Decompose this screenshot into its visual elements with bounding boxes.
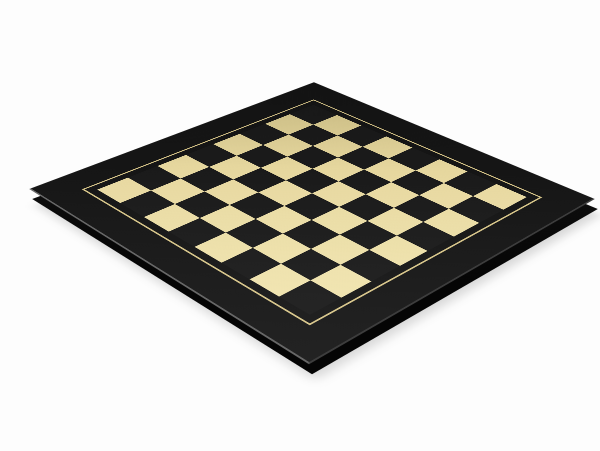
photo-scene (0, 0, 600, 451)
chess-board (29, 82, 595, 364)
